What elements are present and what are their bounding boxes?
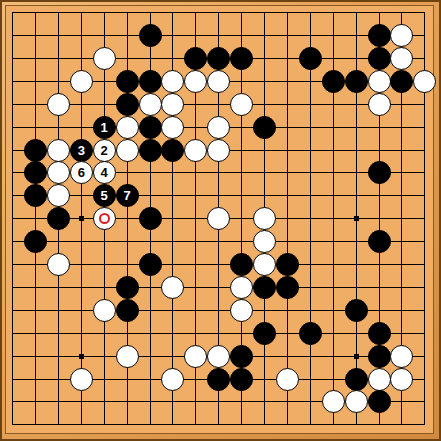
black-stone: ● — [230, 253, 253, 276]
black-stone: ● — [116, 276, 139, 299]
white-stone: ○ — [184, 345, 207, 368]
white-stone: ○ — [161, 93, 184, 116]
white-stone: ○ — [47, 184, 70, 207]
go-diagram: ●●○○●●●●●○○●●○○○●●○●○○●○○○○1○●○○●●○32○●●… — [0, 0, 441, 441]
white-stone: ○ — [161, 276, 184, 299]
white-stone: ○ — [139, 93, 162, 116]
white-stone: ○ — [253, 230, 276, 253]
go-board: ●●○○●●●●●○○●●○○○●●○●○○●○○○○1○●○○●●○32○●●… — [0, 0, 441, 441]
black-stone: ● — [368, 230, 391, 253]
white-stone-move-2: 2 — [93, 139, 116, 162]
black-stone: ● — [345, 368, 368, 391]
black-stone: ● — [184, 47, 207, 70]
white-stone: ○ — [207, 139, 230, 162]
white-stone: ○ — [161, 116, 184, 139]
black-stone: ● — [299, 322, 322, 345]
black-stone: ● — [345, 70, 368, 93]
black-stone: ● — [24, 161, 47, 184]
black-stone-move-3: 3 — [70, 139, 93, 162]
grid-line-horizontal — [12, 424, 425, 425]
white-stone: ○ — [230, 93, 253, 116]
black-stone: ● — [116, 299, 139, 322]
white-stone: ○ — [70, 368, 93, 391]
black-stone: ● — [368, 47, 391, 70]
black-stone: ● — [253, 276, 276, 299]
black-stone: ● — [24, 184, 47, 207]
black-stone: ● — [230, 368, 253, 391]
black-stone: ● — [161, 139, 184, 162]
white-stone: ○ — [322, 390, 345, 413]
white-stone: ○ — [161, 70, 184, 93]
white-stone: ○ — [93, 299, 116, 322]
black-stone: ● — [139, 139, 162, 162]
black-stone: ● — [116, 70, 139, 93]
white-stone-move-4: 4 — [93, 161, 116, 184]
black-stone: ● — [390, 70, 413, 93]
white-stone: ○ — [230, 299, 253, 322]
white-stone: ○ — [116, 345, 139, 368]
black-stone: ● — [139, 253, 162, 276]
white-stone: ○ — [345, 390, 368, 413]
white-stone: ○ — [116, 116, 139, 139]
white-stone: ○ — [47, 161, 70, 184]
black-stone-move-1: 1 — [93, 116, 116, 139]
black-stone: ● — [276, 276, 299, 299]
grid-line-horizontal — [12, 241, 425, 242]
star-point — [354, 216, 359, 221]
white-stone: ○ — [207, 116, 230, 139]
star-point — [79, 216, 84, 221]
black-stone: ● — [368, 322, 391, 345]
white-stone: ○ — [253, 253, 276, 276]
black-stone: ● — [368, 390, 391, 413]
black-stone: ● — [230, 345, 253, 368]
black-stone-move-5: 5 — [93, 184, 116, 207]
black-stone: ● — [276, 253, 299, 276]
white-stone-move-6: 6 — [70, 161, 93, 184]
black-stone: ● — [24, 230, 47, 253]
black-stone: ● — [116, 93, 139, 116]
black-stone: ● — [368, 24, 391, 47]
white-stone: ○ — [368, 70, 391, 93]
grid-line-horizontal — [12, 264, 425, 265]
black-stone: ● — [368, 161, 391, 184]
white-stone: ○ — [116, 139, 139, 162]
black-stone: ● — [24, 139, 47, 162]
white-stone: ○ — [207, 345, 230, 368]
star-point — [354, 354, 359, 359]
black-stone: ● — [322, 70, 345, 93]
white-stone: ○ — [390, 47, 413, 70]
white-stone: ○ — [184, 70, 207, 93]
white-stone: ○ — [390, 368, 413, 391]
black-stone: ● — [139, 207, 162, 230]
grid-line-vertical — [310, 12, 311, 425]
white-stone: ○ — [368, 93, 391, 116]
white-stone: ○ — [368, 368, 391, 391]
white-stone: ○ — [161, 368, 184, 391]
grid-line-horizontal — [12, 333, 425, 334]
black-stone: ● — [299, 47, 322, 70]
black-stone: ● — [253, 322, 276, 345]
star-point — [79, 354, 84, 359]
black-stone: ● — [207, 368, 230, 391]
white-stone: ○ — [47, 139, 70, 162]
grid-line-vertical — [287, 12, 288, 425]
black-stone: ● — [139, 70, 162, 93]
black-stone: ● — [47, 207, 70, 230]
white-stone: ○ — [207, 70, 230, 93]
white-stone: ○ — [47, 93, 70, 116]
white-stone: ○ — [93, 47, 116, 70]
black-stone: ● — [253, 116, 276, 139]
black-stone: ● — [139, 24, 162, 47]
white-stone: ○ — [390, 24, 413, 47]
black-stone: ● — [230, 47, 253, 70]
black-stone-move-7: 7 — [116, 184, 139, 207]
white-stone: ○ — [70, 70, 93, 93]
white-stone: ○ — [276, 368, 299, 391]
white-stone: ○ — [390, 345, 413, 368]
black-stone: ● — [139, 116, 162, 139]
white-stone: ○ — [207, 207, 230, 230]
grid-line-horizontal — [12, 287, 425, 288]
white-stone: ○ — [47, 253, 70, 276]
black-stone: ● — [345, 299, 368, 322]
white-stone: ○ — [413, 70, 436, 93]
black-stone: ● — [207, 47, 230, 70]
white-stone: ○ — [230, 276, 253, 299]
white-stone: ○ — [253, 207, 276, 230]
red-circle-marker — [99, 213, 110, 224]
black-stone: ● — [368, 345, 391, 368]
white-stone: ○ — [184, 139, 207, 162]
